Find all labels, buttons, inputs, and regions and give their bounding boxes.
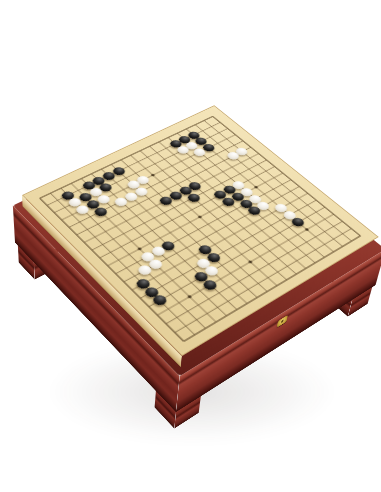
black-stone[interactable] xyxy=(134,277,152,291)
white-stone[interactable] xyxy=(74,204,91,216)
product-photo-scene xyxy=(0,0,381,492)
white-stone[interactable] xyxy=(203,265,221,278)
perspective-wrapper xyxy=(0,0,381,492)
white-stone[interactable] xyxy=(147,258,165,271)
black-stone[interactable] xyxy=(159,239,177,252)
white-stone[interactable] xyxy=(194,257,212,270)
white-stone[interactable] xyxy=(139,250,157,263)
board-slab xyxy=(22,105,379,356)
black-stone[interactable] xyxy=(193,270,211,283)
black-stone[interactable] xyxy=(142,285,160,299)
black-stone[interactable] xyxy=(205,251,223,264)
drawer-brass-latch[interactable] xyxy=(277,315,288,328)
white-stone[interactable] xyxy=(149,245,167,258)
white-stone[interactable] xyxy=(136,264,154,277)
black-stone[interactable] xyxy=(196,244,214,257)
black-stone[interactable] xyxy=(92,206,109,218)
black-stone[interactable] xyxy=(201,278,219,291)
go-board-surface[interactable] xyxy=(22,105,379,356)
black-stone[interactable] xyxy=(151,294,170,308)
